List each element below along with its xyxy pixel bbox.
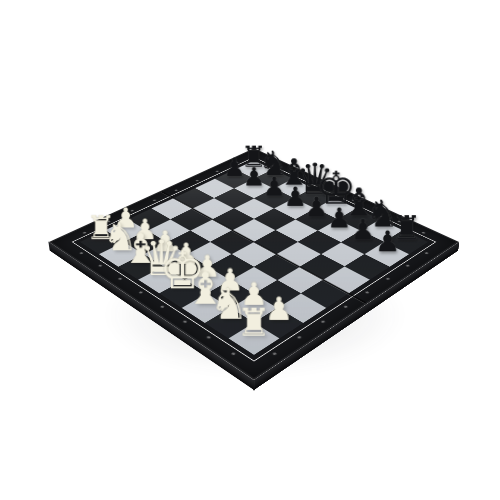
chess-set-photo: ♜♞♝♛♚♝♞♜♟♟♟♟♟♟♟♟♟♟♟♟♟♟♟♟♜♞♝♛♚♝♞♜: [109, 97, 399, 387]
board-frame: ♜♞♝♛♚♝♞♜♟♟♟♟♟♟♟♟♟♟♟♟♟♟♟♟♜♞♝♛♚♝♞♜: [49, 148, 459, 380]
chess-board: ♜♞♝♛♚♝♞♜♟♟♟♟♟♟♟♟♟♟♟♟♟♟♟♟♜♞♝♛♚♝♞♜: [49, 148, 459, 380]
black-pawn-icon: ♟: [305, 194, 329, 221]
black-pawn-icon: ♟: [283, 184, 307, 210]
black-pawn-icon: ♟: [350, 216, 375, 244]
black-pawn-icon: ♟: [327, 205, 352, 232]
white-rook-icon: ♜: [237, 303, 272, 341]
black-pawn-icon: ♟: [263, 174, 286, 200]
black-pawn-icon: ♟: [374, 228, 400, 257]
